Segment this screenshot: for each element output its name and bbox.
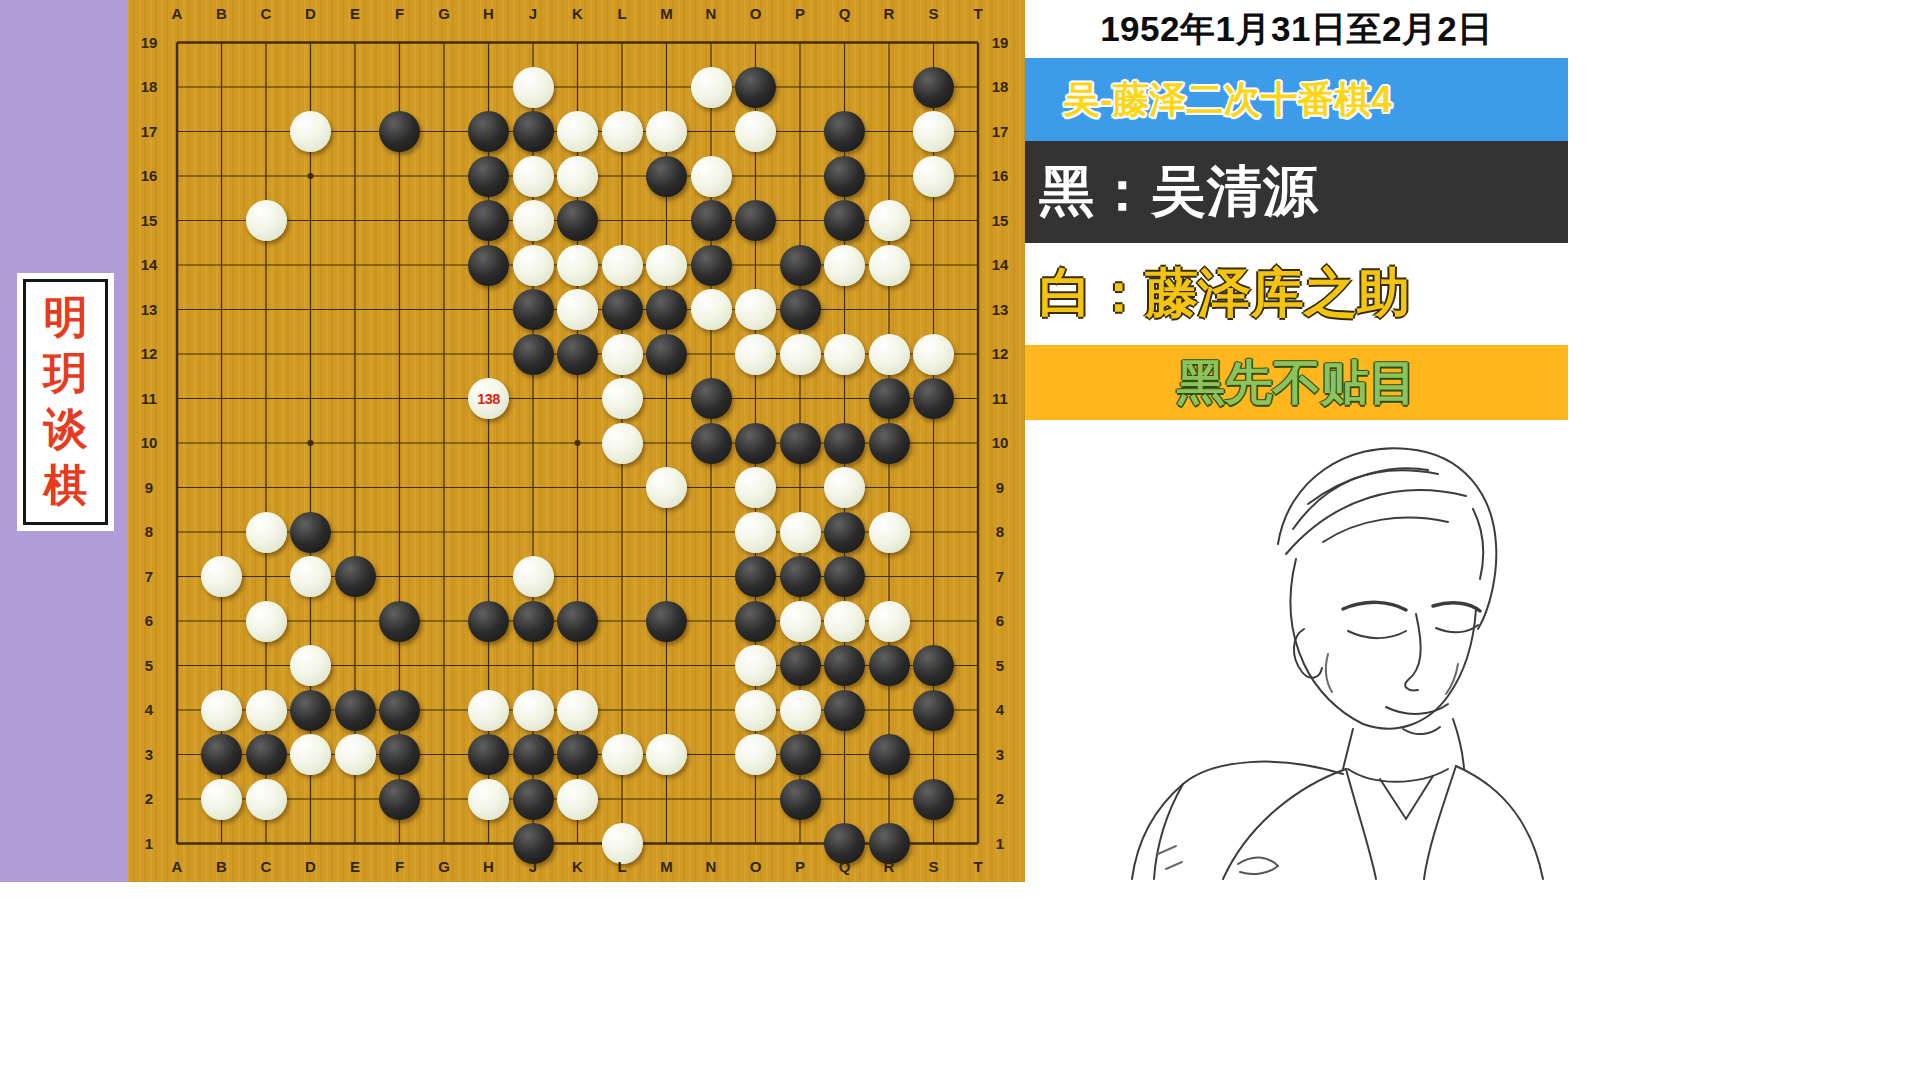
coord-label-row: 14 [982, 255, 1018, 275]
black-stone-S2 [913, 779, 954, 820]
white-stone-O9 [735, 467, 776, 508]
white-stone-P4 [780, 690, 821, 731]
white-stone-K2 [557, 779, 598, 820]
move-number-label: 138 [477, 391, 500, 407]
white-stone-B2 [201, 779, 242, 820]
black-stone-S4 [913, 690, 954, 731]
coord-label-row: 18 [982, 77, 1018, 97]
coord-label-col: G [426, 857, 462, 877]
screenshot-root: 明玥谈棋 138 AABBCCDDEEFFGGHHJJKKLLMMNNOOPPQ… [0, 0, 1568, 882]
white-stone-K16 [557, 156, 598, 197]
white-stone-K17 [557, 111, 598, 152]
white-stone-M9 [646, 467, 687, 508]
coord-label-col: P [782, 4, 818, 24]
coord-label-row: 17 [982, 122, 1018, 142]
coord-label-col: A [159, 4, 195, 24]
coord-label-col: K [560, 4, 596, 24]
coord-label-col: T [960, 4, 996, 24]
coord-label-col: F [382, 4, 418, 24]
coord-label-col: L [604, 4, 640, 24]
coord-label-col: Q [827, 4, 863, 24]
black-stone-J13 [513, 289, 554, 330]
coord-label-row: 4 [131, 700, 167, 720]
coord-label-col: E [337, 4, 373, 24]
coord-label-row: 5 [982, 656, 1018, 676]
white-stone-K14 [557, 245, 598, 286]
coord-label-row: 15 [982, 211, 1018, 231]
black-player-text: 黑：吴清源 [1039, 155, 1319, 229]
coord-label-col: D [293, 4, 329, 24]
white-stone-J16 [513, 156, 554, 197]
coord-label-row: 9 [131, 478, 167, 498]
white-stone-J14 [513, 245, 554, 286]
coord-label-row: 8 [982, 522, 1018, 542]
coord-label-row: 19 [982, 33, 1018, 53]
white-stone-D5 [290, 645, 331, 686]
black-stone-P14 [780, 245, 821, 286]
coord-label-row: 17 [131, 122, 167, 142]
channel-title-char: 谈 [44, 408, 88, 452]
black-player-banner: 黑：吴清源 [1025, 141, 1568, 243]
white-stone-N16 [691, 156, 732, 197]
white-stone-R6 [869, 601, 910, 642]
white-stone-P12 [780, 334, 821, 375]
coord-label-row: 18 [131, 77, 167, 97]
coord-label-col: R [871, 4, 907, 24]
black-stone-P13 [780, 289, 821, 330]
white-player-banner: 白：藤泽库之助 [1025, 243, 1568, 345]
black-stone-J17 [513, 111, 554, 152]
white-stone-L12 [602, 334, 643, 375]
white-stone-C8 [246, 512, 287, 553]
coord-label-col: Q [827, 857, 863, 877]
black-stone-K6 [557, 601, 598, 642]
white-stone-Q12 [824, 334, 865, 375]
black-stone-H16 [468, 156, 509, 197]
coord-label-row: 15 [131, 211, 167, 231]
black-stone-Q5 [824, 645, 865, 686]
white-stone-P8 [780, 512, 821, 553]
black-stone-H6 [468, 601, 509, 642]
coord-label-col: E [337, 857, 373, 877]
black-stone-H14 [468, 245, 509, 286]
coord-label-row: 11 [131, 389, 167, 409]
black-stone-P10 [780, 423, 821, 464]
white-stone-O17 [735, 111, 776, 152]
coord-label-col: P [782, 857, 818, 877]
white-stone-R14 [869, 245, 910, 286]
white-stone-O3 [735, 734, 776, 775]
black-stone-F4 [379, 690, 420, 731]
black-stone-O7 [735, 556, 776, 597]
black-stone-S5 [913, 645, 954, 686]
black-stone-F17 [379, 111, 420, 152]
white-stone-B7 [201, 556, 242, 597]
coord-label-row: 8 [131, 522, 167, 542]
channel-title-char: 明 [44, 296, 88, 340]
black-stone-E7 [335, 556, 376, 597]
white-stone-L10 [602, 423, 643, 464]
black-stone-P7 [780, 556, 821, 597]
coord-label-col: C [248, 857, 284, 877]
portrait-area [1025, 420, 1568, 882]
black-stone-O10 [735, 423, 776, 464]
black-stone-H3 [468, 734, 509, 775]
coord-label-row: 16 [131, 166, 167, 186]
white-player-text: 白：藤泽库之助 [1039, 258, 1410, 330]
coord-label-col: D [293, 857, 329, 877]
rule-text: 黑先不贴目 [1177, 351, 1417, 415]
black-stone-Q17 [824, 111, 865, 152]
black-stone-R11 [869, 378, 910, 419]
black-stone-P2 [780, 779, 821, 820]
white-stone-L17 [602, 111, 643, 152]
series-banner: 吴-藤泽二次十番棋4 [1025, 58, 1568, 141]
white-stone-D17 [290, 111, 331, 152]
coord-label-row: 10 [982, 433, 1018, 453]
coord-label-row: 13 [131, 300, 167, 320]
white-stone-H4 [468, 690, 509, 731]
coord-label-row: 6 [982, 611, 1018, 631]
white-stone-L14 [602, 245, 643, 286]
white-stone-D7 [290, 556, 331, 597]
coord-label-row: 11 [982, 389, 1018, 409]
date-text: 1952年1月31日至2月2日 [1100, 6, 1493, 53]
coord-label-row: 4 [982, 700, 1018, 720]
white-stone-R15 [869, 200, 910, 241]
white-stone-P6 [780, 601, 821, 642]
series-title-text: 吴-藤泽二次十番棋4 [1063, 75, 1392, 125]
black-stone-B3 [201, 734, 242, 775]
black-stone-J6 [513, 601, 554, 642]
coord-label-row: 7 [131, 567, 167, 587]
channel-plaque: 明玥谈棋 [17, 273, 114, 531]
coord-label-col: C [248, 4, 284, 24]
white-stone-K4 [557, 690, 598, 731]
white-stone-N13 [691, 289, 732, 330]
white-stone-J7 [513, 556, 554, 597]
coord-label-col: L [604, 857, 640, 877]
black-stone-H15 [468, 200, 509, 241]
coord-label-row: 3 [131, 745, 167, 765]
date-banner: 1952年1月31日至2月2日 [1025, 0, 1568, 58]
coord-label-col: M [649, 4, 685, 24]
white-stone-O13 [735, 289, 776, 330]
coord-label-row: 5 [131, 656, 167, 676]
white-stone-J15 [513, 200, 554, 241]
black-stone-N11 [691, 378, 732, 419]
white-stone-D3 [290, 734, 331, 775]
left-sidebar: 明玥谈棋 [0, 0, 128, 882]
white-stone-M17 [646, 111, 687, 152]
white-stone-S16 [913, 156, 954, 197]
coord-label-col: J [515, 4, 551, 24]
white-stone-C6 [246, 601, 287, 642]
black-stone-O18 [735, 67, 776, 108]
white-stone-K13 [557, 289, 598, 330]
black-stone-M16 [646, 156, 687, 197]
coord-label-col: S [916, 4, 952, 24]
black-stone-F2 [379, 779, 420, 820]
white-stone-R12 [869, 334, 910, 375]
coord-label-col: H [471, 4, 507, 24]
black-stone-S18 [913, 67, 954, 108]
coord-label-col: H [471, 857, 507, 877]
coord-label-col: K [560, 857, 596, 877]
black-stone-M6 [646, 601, 687, 642]
go-board-area: 138 AABBCCDDEEFFGGHHJJKKLLMMNNOOPPQQRRSS… [128, 0, 1025, 882]
white-stone-N18 [691, 67, 732, 108]
coord-label-col: R [871, 857, 907, 877]
coord-label-row: 1 [982, 834, 1018, 854]
white-stone-Q14 [824, 245, 865, 286]
black-stone-J3 [513, 734, 554, 775]
coord-label-row: 19 [131, 33, 167, 53]
black-stone-R10 [869, 423, 910, 464]
coord-label-row: 6 [131, 611, 167, 631]
black-stone-Q7 [824, 556, 865, 597]
black-stone-M12 [646, 334, 687, 375]
coord-label-row: 1 [131, 834, 167, 854]
black-stone-Q15 [824, 200, 865, 241]
white-stone-S17 [913, 111, 954, 152]
white-stone-J4 [513, 690, 554, 731]
coord-label-col: B [204, 4, 240, 24]
coord-label-row: 7 [982, 567, 1018, 587]
rule-banner: 黑先不贴目 [1025, 345, 1568, 420]
coord-label-col: J [515, 857, 551, 877]
coord-label-col: M [649, 857, 685, 877]
white-stone-O8 [735, 512, 776, 553]
channel-title-char: 棋 [44, 464, 88, 508]
black-stone-P5 [780, 645, 821, 686]
coord-label-row: 14 [131, 255, 167, 275]
black-stone-O6 [735, 601, 776, 642]
coord-label-col: O [738, 857, 774, 877]
black-stone-K3 [557, 734, 598, 775]
black-stone-K12 [557, 334, 598, 375]
black-stone-R3 [869, 734, 910, 775]
black-stone-N15 [691, 200, 732, 241]
white-stone-O4 [735, 690, 776, 731]
white-stone-H11: 138 [468, 378, 509, 419]
white-stone-O5 [735, 645, 776, 686]
coord-label-col: O [738, 4, 774, 24]
coord-label-row: 16 [982, 166, 1018, 186]
coord-label-row: 12 [131, 344, 167, 364]
coord-label-col: F [382, 857, 418, 877]
black-stone-N10 [691, 423, 732, 464]
white-stone-Q9 [824, 467, 865, 508]
black-stone-R5 [869, 645, 910, 686]
white-stone-C2 [246, 779, 287, 820]
info-panel: 1952年1月31日至2月2日 吴-藤泽二次十番棋4 黑：吴清源 白：藤泽库之助… [1025, 0, 1568, 882]
black-stone-S11 [913, 378, 954, 419]
coord-label-row: 12 [982, 344, 1018, 364]
coord-label-row: 10 [131, 433, 167, 453]
black-stone-P3 [780, 734, 821, 775]
black-stone-Q10 [824, 423, 865, 464]
coord-label-col: S [916, 857, 952, 877]
coord-label-col: G [426, 4, 462, 24]
portrait-sketch [1118, 424, 1558, 882]
coord-label-col: N [693, 4, 729, 24]
white-stone-J18 [513, 67, 554, 108]
black-stone-N14 [691, 245, 732, 286]
coord-label-col: B [204, 857, 240, 877]
coord-label-col: T [960, 857, 996, 877]
black-stone-L13 [602, 289, 643, 330]
coord-label-row: 2 [131, 789, 167, 809]
black-stone-C3 [246, 734, 287, 775]
white-stone-L3 [602, 734, 643, 775]
go-board-grid: 138 [155, 20, 1001, 866]
coord-label-row: 2 [982, 789, 1018, 809]
black-stone-O15 [735, 200, 776, 241]
black-stone-Q16 [824, 156, 865, 197]
white-stone-R8 [869, 512, 910, 553]
white-stone-O12 [735, 334, 776, 375]
white-stone-M3 [646, 734, 687, 775]
black-stone-K15 [557, 200, 598, 241]
black-stone-D8 [290, 512, 331, 553]
coord-label-row: 3 [982, 745, 1018, 765]
black-stone-E4 [335, 690, 376, 731]
channel-title: 明玥谈棋 [23, 279, 108, 525]
white-stone-C15 [246, 200, 287, 241]
black-stone-D4 [290, 690, 331, 731]
white-stone-M14 [646, 245, 687, 286]
black-stone-Q4 [824, 690, 865, 731]
black-stone-F3 [379, 734, 420, 775]
coord-label-row: 13 [982, 300, 1018, 320]
white-stone-S12 [913, 334, 954, 375]
white-stone-H2 [468, 779, 509, 820]
white-stone-C4 [246, 690, 287, 731]
white-stone-B4 [201, 690, 242, 731]
black-stone-H17 [468, 111, 509, 152]
black-stone-M13 [646, 289, 687, 330]
white-stone-Q6 [824, 601, 865, 642]
coord-label-col: A [159, 857, 195, 877]
white-stone-E3 [335, 734, 376, 775]
coord-label-col: N [693, 857, 729, 877]
black-stone-F6 [379, 601, 420, 642]
black-stone-J12 [513, 334, 554, 375]
coord-label-row: 9 [982, 478, 1018, 498]
black-stone-Q8 [824, 512, 865, 553]
channel-title-char: 玥 [44, 352, 88, 396]
white-stone-L11 [602, 378, 643, 419]
black-stone-J2 [513, 779, 554, 820]
